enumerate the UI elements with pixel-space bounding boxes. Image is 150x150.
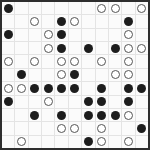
board-cell-r9-c6[interactable] xyxy=(82,122,94,134)
board-cell-r9-c4[interactable] xyxy=(55,122,67,134)
board-cell-r5-c4[interactable] xyxy=(55,69,67,81)
board-cell-r5-c5[interactable] xyxy=(69,69,81,81)
black-pearl xyxy=(124,97,133,106)
board-cell-r4-c5[interactable] xyxy=(69,55,81,67)
board-cell-r4-c6[interactable] xyxy=(82,55,94,67)
white-pearl xyxy=(111,70,120,79)
board-cell-r10-c7[interactable] xyxy=(96,136,108,148)
board-cell-r5-c7[interactable] xyxy=(96,69,108,81)
board-cell-r6-c0[interactable] xyxy=(2,82,14,94)
board-cell-r0-c2[interactable] xyxy=(29,2,41,14)
white-pearl xyxy=(17,84,26,93)
board-cell-r1-c1[interactable] xyxy=(15,15,27,27)
black-pearl xyxy=(137,124,146,133)
board-cell-r1-c0[interactable] xyxy=(2,15,14,27)
black-pearl xyxy=(97,97,106,106)
white-pearl xyxy=(124,44,133,53)
board-cell-r5-c6[interactable] xyxy=(82,69,94,81)
board-cell-r1-c9[interactable] xyxy=(122,15,134,27)
board-cell-r10-c0[interactable] xyxy=(2,136,14,148)
board-cell-r4-c8[interactable] xyxy=(109,55,121,67)
board-cell-r9-c3[interactable] xyxy=(42,122,54,134)
board-cell-r9-c10[interactable] xyxy=(136,122,148,134)
board-cell-r3-c9[interactable] xyxy=(122,42,134,54)
board-cell-r3-c7[interactable] xyxy=(96,42,108,54)
black-pearl xyxy=(84,44,93,53)
board-cell-r9-c0[interactable] xyxy=(2,122,14,134)
board-cell-r2-c8[interactable] xyxy=(109,29,121,41)
board-cell-r10-c10[interactable] xyxy=(136,136,148,148)
board-cell-r8-c6[interactable] xyxy=(82,109,94,121)
black-pearl xyxy=(137,84,146,93)
white-pearl xyxy=(30,17,39,26)
black-pearl xyxy=(57,30,66,39)
board-cell-r7-c6[interactable] xyxy=(82,96,94,108)
board-cell-r1-c3[interactable] xyxy=(42,15,54,27)
board-cell-r6-c3[interactable] xyxy=(42,82,54,94)
white-pearl xyxy=(97,124,106,133)
white-pearl xyxy=(111,4,120,13)
board-cell-r8-c1[interactable] xyxy=(15,109,27,121)
black-pearl xyxy=(111,44,120,53)
white-pearl xyxy=(4,84,13,93)
white-pearl xyxy=(137,4,146,13)
board-cell-r4-c1[interactable] xyxy=(15,55,27,67)
masyu-board xyxy=(0,0,150,150)
board-cell-r4-c7[interactable] xyxy=(96,55,108,67)
board-cell-r2-c3[interactable] xyxy=(42,29,54,41)
board-cell-r7-c0[interactable] xyxy=(2,96,14,108)
black-pearl xyxy=(4,30,13,39)
board-cell-r0-c6[interactable] xyxy=(82,2,94,14)
board-cell-r6-c2[interactable] xyxy=(29,82,41,94)
board-cell-r2-c9[interactable] xyxy=(122,29,134,41)
black-pearl xyxy=(97,111,106,120)
board-cell-r3-c8[interactable] xyxy=(109,42,121,54)
white-pearl xyxy=(97,57,106,66)
white-pearl xyxy=(44,30,53,39)
black-pearl xyxy=(4,97,13,106)
board-cell-r7-c10[interactable] xyxy=(136,96,148,108)
white-pearl xyxy=(97,137,106,146)
board-cell-r4-c4[interactable] xyxy=(55,55,67,67)
board-cell-r3-c1[interactable] xyxy=(15,42,27,54)
board-cell-r7-c7[interactable] xyxy=(96,96,108,108)
white-pearl xyxy=(70,124,79,133)
white-pearl xyxy=(4,57,13,66)
board-cell-r5-c2[interactable] xyxy=(29,69,41,81)
board-cell-r7-c1[interactable] xyxy=(15,96,27,108)
white-pearl xyxy=(57,124,66,133)
board-cell-r9-c7[interactable] xyxy=(96,122,108,134)
black-pearl xyxy=(57,84,66,93)
black-pearl xyxy=(84,97,93,106)
board-cell-r8-c7[interactable] xyxy=(96,109,108,121)
board-cell-r2-c10[interactable] xyxy=(136,29,148,41)
board-cell-r10-c4[interactable] xyxy=(55,136,67,148)
board-cell-r2-c4[interactable] xyxy=(55,29,67,41)
board-cell-r8-c5[interactable] xyxy=(69,109,81,121)
board-cell-r7-c4[interactable] xyxy=(55,96,67,108)
board-cell-r8-c10[interactable] xyxy=(136,109,148,121)
black-pearl xyxy=(84,137,93,146)
board-cell-r7-c8[interactable] xyxy=(109,96,121,108)
board-cell-r4-c9[interactable] xyxy=(122,55,134,67)
white-pearl xyxy=(124,137,133,146)
board-cell-r1-c8[interactable] xyxy=(109,15,121,27)
board-cell-r6-c6[interactable] xyxy=(82,82,94,94)
board-cell-r0-c0[interactable] xyxy=(2,2,14,14)
board-cell-r1-c6[interactable] xyxy=(82,15,94,27)
board-cell-r6-c5[interactable] xyxy=(69,82,81,94)
board-cell-r5-c0[interactable] xyxy=(2,69,14,81)
board-cell-r0-c4[interactable] xyxy=(55,2,67,14)
board-cell-r10-c2[interactable] xyxy=(29,136,41,148)
board-cell-r10-c8[interactable] xyxy=(109,136,121,148)
board-cell-r4-c3[interactable] xyxy=(42,55,54,67)
board-cell-r0-c9[interactable] xyxy=(122,2,134,14)
white-pearl xyxy=(44,44,53,53)
white-pearl xyxy=(70,57,79,66)
board-cell-r3-c10[interactable] xyxy=(136,42,148,54)
board-cell-r2-c7[interactable] xyxy=(96,29,108,41)
board-cell-r8-c4[interactable] xyxy=(55,109,67,121)
black-pearl xyxy=(44,84,53,93)
board-cell-r6-c7[interactable] xyxy=(96,82,108,94)
board-cell-r7-c5[interactable] xyxy=(69,96,81,108)
board-cell-r6-c8[interactable] xyxy=(109,82,121,94)
board-cell-r3-c5[interactable] xyxy=(69,42,81,54)
black-pearl xyxy=(124,84,133,93)
board-cell-r2-c6[interactable] xyxy=(82,29,94,41)
board-cell-r9-c1[interactable] xyxy=(15,122,27,134)
white-pearl xyxy=(17,137,26,146)
black-pearl xyxy=(97,84,106,93)
black-pearl xyxy=(70,70,79,79)
board-cell-r5-c8[interactable] xyxy=(109,69,121,81)
board-cell-r6-c10[interactable] xyxy=(136,82,148,94)
board-cell-r0-c8[interactable] xyxy=(109,2,121,14)
black-pearl xyxy=(30,84,39,93)
board-cell-r5-c9[interactable] xyxy=(122,69,134,81)
board-cell-r1-c2[interactable] xyxy=(29,15,41,27)
white-pearl xyxy=(70,17,79,26)
board-cell-r10-c6[interactable] xyxy=(82,136,94,148)
white-pearl xyxy=(30,57,39,66)
board-cell-r5-c1[interactable] xyxy=(15,69,27,81)
board-cell-r10-c5[interactable] xyxy=(69,136,81,148)
board-cell-r4-c0[interactable] xyxy=(2,55,14,67)
board-cell-r6-c9[interactable] xyxy=(122,82,134,94)
board-cell-r6-c4[interactable] xyxy=(55,82,67,94)
board-cell-r5-c3[interactable] xyxy=(42,69,54,81)
board-cell-r8-c8[interactable] xyxy=(109,109,121,121)
black-pearl xyxy=(30,111,39,120)
board-cell-r8-c9[interactable] xyxy=(122,109,134,121)
black-pearl xyxy=(111,111,120,120)
board-cell-r8-c0[interactable] xyxy=(2,109,14,121)
board-cell-r7-c3[interactable] xyxy=(42,96,54,108)
board-cell-r0-c3[interactable] xyxy=(42,2,54,14)
board-cell-r6-c1[interactable] xyxy=(15,82,27,94)
white-pearl xyxy=(124,57,133,66)
board-cell-r7-c2[interactable] xyxy=(29,96,41,108)
board-cell-r0-c7[interactable] xyxy=(96,2,108,14)
board-cell-r9-c5[interactable] xyxy=(69,122,81,134)
white-pearl xyxy=(57,70,66,79)
board-cell-r7-c9[interactable] xyxy=(122,96,134,108)
board-cell-r9-c2[interactable] xyxy=(29,122,41,134)
board-cell-r4-c2[interactable] xyxy=(29,55,41,67)
board-cell-r0-c10[interactable] xyxy=(136,2,148,14)
board-cell-r3-c4[interactable] xyxy=(55,42,67,54)
black-pearl xyxy=(4,4,13,13)
board-cell-r0-c5[interactable] xyxy=(69,2,81,14)
board-cell-r4-c10[interactable] xyxy=(136,55,148,67)
black-pearl xyxy=(57,44,66,53)
black-pearl xyxy=(17,70,26,79)
board-cell-r1-c10[interactable] xyxy=(136,15,148,27)
board-cell-r10-c1[interactable] xyxy=(15,136,27,148)
board-cell-r3-c2[interactable] xyxy=(29,42,41,54)
board-cell-r9-c8[interactable] xyxy=(109,122,121,134)
board-cell-r9-c9[interactable] xyxy=(122,122,134,134)
board-cell-r0-c1[interactable] xyxy=(15,2,27,14)
board-cell-r2-c0[interactable] xyxy=(2,29,14,41)
white-pearl xyxy=(57,57,66,66)
black-pearl xyxy=(124,17,133,26)
white-pearl xyxy=(137,44,146,53)
black-pearl xyxy=(57,111,66,120)
black-pearl xyxy=(84,111,93,120)
black-pearl xyxy=(57,17,66,26)
white-pearl xyxy=(124,30,133,39)
board-cell-r1-c7[interactable] xyxy=(96,15,108,27)
board-cell-r1-c4[interactable] xyxy=(55,15,67,27)
board-cell-r2-c2[interactable] xyxy=(29,29,41,41)
board-cell-r1-c5[interactable] xyxy=(69,15,81,27)
board-cell-r8-c3[interactable] xyxy=(42,109,54,121)
board-cell-r2-c1[interactable] xyxy=(15,29,27,41)
board-cell-r2-c5[interactable] xyxy=(69,29,81,41)
board-cell-r3-c3[interactable] xyxy=(42,42,54,54)
white-pearl xyxy=(44,97,53,106)
board-cell-r5-c10[interactable] xyxy=(136,69,148,81)
white-pearl xyxy=(97,4,106,13)
white-pearl xyxy=(124,111,133,120)
black-pearl xyxy=(70,84,79,93)
board-cell-r3-c6[interactable] xyxy=(82,42,94,54)
board-cell-r3-c0[interactable] xyxy=(2,42,14,54)
board-cell-r10-c3[interactable] xyxy=(42,136,54,148)
board-cell-r10-c9[interactable] xyxy=(122,136,134,148)
white-pearl xyxy=(124,70,133,79)
board-cell-r8-c2[interactable] xyxy=(29,109,41,121)
